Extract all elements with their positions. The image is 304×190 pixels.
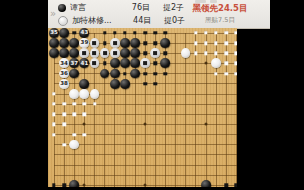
territory-mark-black (225, 184, 228, 187)
territory-mark-black (143, 82, 146, 85)
territory-mark-white (235, 41, 237, 44)
territory-mark-black (113, 31, 116, 34)
black-stone: 43 (79, 28, 89, 38)
white-territory-count: 44目 (124, 15, 152, 26)
black-stone: 37 (69, 59, 79, 69)
territory-mark-white (73, 113, 76, 116)
white-player-name: 加特林修... (72, 15, 124, 26)
move-number: 35 (50, 30, 58, 36)
territory-mark-white (235, 31, 237, 34)
status-bar-fragment (210, 0, 217, 3)
star-point (144, 123, 147, 126)
collapse-chevron-icon[interactable]: » (48, 0, 58, 28)
grid-line (54, 144, 237, 145)
territory-mark-white (225, 31, 228, 34)
white-stone: 38 (59, 79, 69, 89)
go-board[interactable]: 3543393437413638 (48, 28, 237, 187)
white-stone (69, 140, 79, 150)
black-stone (161, 59, 171, 69)
komi-text: 黑贴7.5目 (205, 16, 235, 25)
black-captures-count: 提2子 (150, 2, 184, 13)
black-stone (201, 180, 211, 187)
star-point (204, 123, 207, 126)
black-stone (110, 59, 120, 69)
black-stone (79, 79, 89, 89)
dead-stone-mark (103, 51, 107, 55)
territory-mark-black (154, 72, 157, 75)
dead-stone-mark (113, 41, 117, 45)
black-stone (130, 69, 140, 79)
screen: » 谭言 76目 提2子 加特林修... 44目 提0子 黑领先24.5目 黑贴… (0, 0, 304, 190)
territory-mark-black (235, 184, 237, 187)
black-stone (130, 48, 140, 58)
territory-mark-black (154, 41, 157, 44)
black-stone: 41 (79, 59, 89, 69)
score-summary: 黑领先24.5目 黑贴7.5目 (188, 3, 252, 25)
black-stone: 35 (49, 28, 59, 38)
territory-mark-white (214, 31, 217, 34)
territory-mark-white (194, 31, 197, 34)
star-point (204, 62, 207, 65)
dead-stone-mark (113, 51, 117, 55)
black-stone (100, 69, 110, 79)
territory-mark-white (62, 143, 65, 146)
territory-mark-white (62, 123, 65, 126)
move-number: 38 (60, 81, 68, 87)
territory-mark-black (103, 41, 106, 44)
white-stone-icon (58, 16, 68, 26)
black-player-name: 谭言 (70, 2, 122, 13)
territory-mark-black (154, 31, 157, 34)
black-stone (69, 180, 79, 187)
black-stone (130, 59, 140, 69)
territory-mark-white (83, 113, 86, 116)
dead-white-stone (150, 48, 160, 58)
dead-white-stone (90, 38, 100, 48)
grid-line (54, 165, 237, 166)
territory-mark-white (83, 102, 86, 105)
dead-stone-mark (93, 61, 97, 65)
territory-mark-black (164, 31, 167, 34)
black-stone (161, 38, 171, 48)
player-row-white: 加特林修... 44目 提0子 (58, 15, 185, 27)
territory-mark-black (143, 31, 146, 34)
territory-mark-white (52, 123, 55, 126)
territory-mark-black (143, 52, 146, 55)
territory-mark-white (204, 52, 207, 55)
black-stone (69, 48, 79, 58)
star-point (144, 184, 147, 187)
territory-mark-black (103, 62, 106, 65)
territory-mark-white (204, 41, 207, 44)
move-number: 39 (81, 40, 89, 46)
territory-mark-white (62, 113, 65, 116)
black-stone (110, 79, 120, 89)
territory-mark-black (154, 82, 157, 85)
black-stone (49, 38, 59, 48)
territory-mark-black (52, 184, 55, 187)
territory-mark-white (235, 72, 237, 75)
grid-line (54, 154, 237, 155)
territory-mark-white (52, 102, 55, 105)
move-number: 41 (81, 61, 89, 67)
grid-line (54, 134, 237, 135)
dead-stone-mark (93, 41, 97, 45)
territory-mark-black (154, 62, 157, 65)
territory-mark-white (214, 72, 217, 75)
black-stone (120, 38, 130, 48)
territory-mark-white (204, 31, 207, 34)
territory-mark-white (225, 72, 228, 75)
white-stone: 34 (59, 59, 69, 69)
black-stone (69, 69, 79, 79)
territory-mark-black (143, 72, 146, 75)
dead-white-stone (90, 48, 100, 58)
territory-mark-black (73, 31, 76, 34)
white-stone: 36 (59, 69, 69, 79)
dead-stone-mark (82, 51, 86, 55)
dead-white-stone (90, 59, 100, 69)
territory-mark-white (225, 41, 228, 44)
territory-mark-white (73, 102, 76, 105)
territory-mark-white (83, 133, 86, 136)
territory-mark-white (52, 113, 55, 116)
black-stone (120, 79, 130, 89)
territory-mark-white (235, 62, 237, 65)
territory-mark-white (52, 133, 55, 136)
territory-mark-white (93, 102, 96, 105)
white-stone (79, 89, 89, 99)
territory-mark-black (62, 184, 65, 187)
move-number: 37 (70, 61, 78, 67)
territory-mark-black (143, 41, 146, 44)
territory-mark-black (123, 31, 126, 34)
territory-mark-black (164, 52, 167, 55)
territory-mark-white (214, 41, 217, 44)
star-point (83, 123, 86, 126)
white-stone (211, 59, 221, 69)
dead-white-stone (110, 48, 120, 58)
white-stone (181, 48, 191, 58)
white-captures-count: 提0子 (151, 15, 185, 26)
black-stone (59, 48, 69, 58)
black-stone (69, 38, 79, 48)
star-point (83, 184, 86, 187)
black-stone (120, 59, 130, 69)
territory-mark-white (62, 102, 65, 105)
dead-stone-mark (143, 61, 147, 65)
black-territory-count: 76目 (122, 2, 150, 13)
territory-mark-black (133, 31, 136, 34)
move-number: 36 (60, 71, 68, 77)
territory-mark-white (235, 52, 237, 55)
player-list: 谭言 76目 提2子 加特林修... 44目 提0子 (58, 2, 185, 27)
territory-mark-white (194, 52, 197, 55)
territory-mark-white (52, 92, 55, 95)
territory-mark-white (225, 52, 228, 55)
black-stone (130, 38, 140, 48)
territory-mark-black (164, 72, 167, 75)
dead-white-stone (79, 48, 89, 58)
territory-mark-white (73, 133, 76, 136)
status-bar-fragment (195, 0, 206, 3)
player-row-black: 谭言 76目 提2子 (58, 2, 185, 14)
dead-stone-mark (153, 51, 157, 55)
dead-white-stone (110, 38, 120, 48)
info-bar: » 谭言 76目 提2子 加特林修... 44目 提0子 黑领先24.5目 黑贴… (48, 0, 270, 29)
territory-mark-white (225, 62, 228, 65)
dead-white-stone (100, 48, 110, 58)
grid-line (54, 175, 237, 176)
black-stone (59, 38, 69, 48)
white-stone (69, 89, 79, 99)
black-stone (120, 48, 130, 58)
move-number: 43 (81, 30, 89, 36)
dead-stone-mark (93, 51, 97, 55)
move-number: 34 (60, 61, 68, 67)
white-stone (90, 89, 100, 99)
black-stone (59, 28, 69, 38)
white-stone: 39 (79, 38, 89, 48)
black-stone (49, 48, 59, 58)
territory-mark-white (214, 52, 217, 55)
black-stone-icon (58, 4, 66, 12)
dead-white-stone (140, 59, 150, 69)
territory-mark-black (123, 72, 126, 75)
lead-text: 黑领先24.5目 (193, 3, 248, 15)
black-stone (110, 69, 120, 79)
grid-line (54, 114, 237, 115)
territory-mark-black (103, 31, 106, 34)
territory-mark-white (194, 41, 197, 44)
grid-line (54, 104, 237, 105)
